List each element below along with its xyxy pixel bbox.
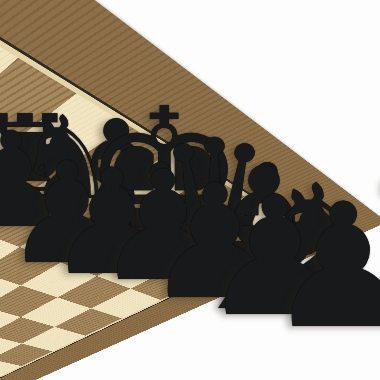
product-photo-scene: ♜♞♝♚♛♝♞♜♟♟♟♟♟♟♟ bbox=[0, 0, 380, 380]
piece-pawn: ♟ bbox=[266, 181, 380, 353]
pieces-layer: ♜♞♝♚♛♝♞♜♟♟♟♟♟♟♟ bbox=[0, 0, 380, 380]
